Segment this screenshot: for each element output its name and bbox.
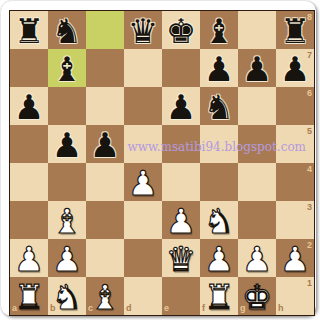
square-e4: [162, 163, 200, 201]
square-d1: d: [124, 277, 162, 315]
white-pawn-piece: ♟: [48, 239, 86, 277]
square-e3: ♟: [162, 201, 200, 239]
square-b5: ♟: [48, 125, 86, 163]
square-d4: ♟: [124, 163, 162, 201]
square-f8: ♝: [200, 11, 238, 49]
square-b2: ♟: [48, 239, 86, 277]
square-c8: [86, 11, 124, 49]
square-h4: 4: [276, 163, 314, 201]
square-e8: ♚: [162, 11, 200, 49]
square-e1: e: [162, 277, 200, 315]
white-queen-piece: ♛: [162, 239, 200, 277]
square-b7: ♝: [48, 49, 86, 87]
square-c4: [86, 163, 124, 201]
square-a2: ♟: [10, 239, 48, 277]
black-pawn-piece: ♟: [238, 49, 276, 87]
black-pawn-piece: ♟: [200, 49, 238, 87]
rank-label-4: 4: [307, 165, 312, 174]
white-pawn-piece: ♟: [162, 201, 200, 239]
square-g8: [238, 11, 276, 49]
square-f7: ♟: [200, 49, 238, 87]
square-f1: ♜f: [200, 277, 238, 315]
square-a8: ♜: [10, 11, 48, 49]
rank-label-6: 6: [307, 89, 312, 98]
square-f4: [200, 163, 238, 201]
square-h8: ♜8: [276, 11, 314, 49]
square-g5: [238, 125, 276, 163]
file-label-e: e: [164, 304, 169, 313]
black-bishop-piece: ♝: [48, 49, 86, 87]
chess-board: ♜♞♛♚♝♜8♝♟♟♟7♟♟♞6♟♟5♟4♝♟♞3♟♟♛♟♟♟2♜a♞b♝cde…: [9, 10, 315, 316]
file-label-f: f: [202, 304, 205, 313]
square-c5: ♟: [86, 125, 124, 163]
white-rook-piece: ♜: [200, 277, 238, 315]
white-pawn-piece: ♟: [200, 239, 238, 277]
photo-frame: ♜♞♛♚♝♜8♝♟♟♟7♟♟♞6♟♟5♟4♝♟♞3♟♟♛♟♟♟2♜a♞b♝cde…: [1, 1, 316, 316]
square-g2: ♟: [238, 239, 276, 277]
square-a3: [10, 201, 48, 239]
square-f6: ♞: [200, 87, 238, 125]
square-h5: 5: [276, 125, 314, 163]
square-c3: [86, 201, 124, 239]
black-king-piece: ♚: [162, 11, 200, 49]
black-knight-piece: ♞: [48, 11, 86, 49]
square-d7: [124, 49, 162, 87]
square-e2: ♛: [162, 239, 200, 277]
square-h3: 3: [276, 201, 314, 239]
black-knight-piece: ♞: [200, 87, 238, 125]
file-label-a: a: [12, 304, 17, 313]
rank-label-1: 1: [307, 279, 312, 288]
square-b1: ♞b: [48, 277, 86, 315]
square-b4: [48, 163, 86, 201]
square-d3: [124, 201, 162, 239]
white-bishop-piece: ♝: [48, 201, 86, 239]
black-rook-piece: ♜: [10, 11, 48, 49]
black-bishop-piece: ♝: [200, 11, 238, 49]
square-e5: [162, 125, 200, 163]
black-pawn-piece: ♟: [48, 125, 86, 163]
square-a7: [10, 49, 48, 87]
square-b8: ♞: [48, 11, 86, 49]
black-pawn-piece: ♟: [86, 125, 124, 163]
black-pawn-piece: ♟: [162, 87, 200, 125]
square-a6: ♟: [10, 87, 48, 125]
square-g1: ♚g: [238, 277, 276, 315]
file-label-g: g: [240, 304, 246, 313]
square-c7: [86, 49, 124, 87]
rank-label-5: 5: [307, 127, 312, 136]
white-pawn-piece: ♟: [238, 239, 276, 277]
black-queen-piece: ♛: [124, 11, 162, 49]
square-g7: ♟: [238, 49, 276, 87]
file-label-h: h: [278, 304, 284, 313]
square-d2: [124, 239, 162, 277]
rank-label-2: 2: [307, 241, 312, 250]
square-h2: ♟2: [276, 239, 314, 277]
white-knight-piece: ♞: [200, 201, 238, 239]
rank-label-3: 3: [307, 203, 312, 212]
file-label-c: c: [88, 304, 93, 313]
square-d6: [124, 87, 162, 125]
square-f5: [200, 125, 238, 163]
square-b6: [48, 87, 86, 125]
square-a4: [10, 163, 48, 201]
white-pawn-piece: ♟: [124, 163, 162, 201]
square-h1: 1h: [276, 277, 314, 315]
white-pawn-piece: ♟: [10, 239, 48, 277]
square-g4: [238, 163, 276, 201]
square-c2: [86, 239, 124, 277]
black-pawn-piece: ♟: [10, 87, 48, 125]
square-c1: ♝c: [86, 277, 124, 315]
square-a1: ♜a: [10, 277, 48, 315]
square-f2: ♟: [200, 239, 238, 277]
square-f3: ♞: [200, 201, 238, 239]
file-label-d: d: [126, 304, 132, 313]
square-a5: [10, 125, 48, 163]
square-c6: [86, 87, 124, 125]
square-d5: [124, 125, 162, 163]
rank-label-7: 7: [307, 51, 312, 60]
square-g3: [238, 201, 276, 239]
file-label-b: b: [50, 304, 56, 313]
square-d8: ♛: [124, 11, 162, 49]
square-e6: ♟: [162, 87, 200, 125]
rank-label-8: 8: [307, 13, 312, 22]
square-e7: [162, 49, 200, 87]
square-g6: [238, 87, 276, 125]
square-b3: ♝: [48, 201, 86, 239]
square-h6: 6: [276, 87, 314, 125]
square-h7: ♟7: [276, 49, 314, 87]
